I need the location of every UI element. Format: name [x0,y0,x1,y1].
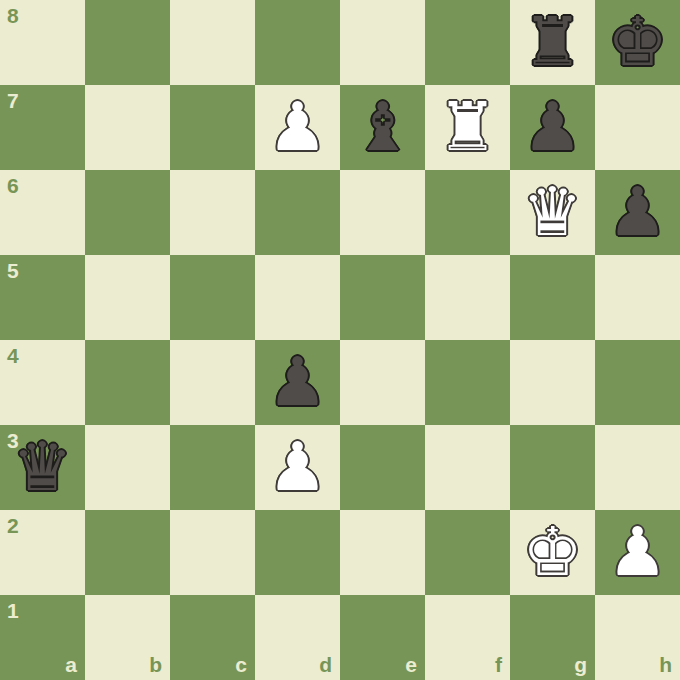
square-h5[interactable] [595,255,680,340]
black-pawn[interactable]: ♟ [510,85,595,170]
square-b2[interactable] [85,510,170,595]
square-d1[interactable]: d [255,595,340,680]
square-e6[interactable] [340,170,425,255]
square-h7[interactable] [595,85,680,170]
file-label-a: a [65,654,77,675]
square-b5[interactable] [85,255,170,340]
square-a6[interactable]: 6 [0,170,85,255]
square-a5[interactable]: 5 [0,255,85,340]
square-c2[interactable] [170,510,255,595]
square-f8[interactable] [425,0,510,85]
square-d8[interactable] [255,0,340,85]
black-pawn[interactable]: ♟ [255,340,340,425]
square-a4[interactable]: 4 [0,340,85,425]
white-queen[interactable]: ♛ [510,170,595,255]
black-pawn[interactable]: ♟ [595,170,680,255]
square-f5[interactable] [425,255,510,340]
square-f6[interactable] [425,170,510,255]
square-g4[interactable] [510,340,595,425]
rank-label-8: 8 [7,5,19,26]
rank-label-6: 6 [7,175,19,196]
square-g5[interactable] [510,255,595,340]
square-b7[interactable] [85,85,170,170]
square-f3[interactable] [425,425,510,510]
square-c3[interactable] [170,425,255,510]
square-b8[interactable] [85,0,170,85]
square-b3[interactable] [85,425,170,510]
square-a7[interactable]: 7 [0,85,85,170]
rank-label-1: 1 [7,600,19,621]
square-h4[interactable] [595,340,680,425]
square-e4[interactable] [340,340,425,425]
rank-label-7: 7 [7,90,19,111]
chess-board: 87654321abcdefgh♜♚♟♝♜♟♛♟♟♛♟♚♟ [0,0,680,680]
square-f2[interactable] [425,510,510,595]
square-c4[interactable] [170,340,255,425]
square-b4[interactable] [85,340,170,425]
rank-label-2: 2 [7,515,19,536]
file-label-h: h [659,654,672,675]
square-d6[interactable] [255,170,340,255]
square-c8[interactable] [170,0,255,85]
file-label-e: e [405,654,417,675]
rank-label-5: 5 [7,260,19,281]
square-e1[interactable]: e [340,595,425,680]
square-c1[interactable]: c [170,595,255,680]
square-h3[interactable] [595,425,680,510]
file-label-f: f [495,654,502,675]
square-c7[interactable] [170,85,255,170]
square-e2[interactable] [340,510,425,595]
file-label-c: c [235,654,247,675]
black-king[interactable]: ♚ [595,0,680,85]
square-a2[interactable]: 2 [0,510,85,595]
white-pawn[interactable]: ♟ [255,425,340,510]
white-pawn[interactable]: ♟ [255,85,340,170]
square-d2[interactable] [255,510,340,595]
square-b1[interactable]: b [85,595,170,680]
square-g1[interactable]: g [510,595,595,680]
square-e3[interactable] [340,425,425,510]
black-bishop[interactable]: ♝ [340,85,425,170]
file-label-b: b [149,654,162,675]
rank-label-4: 4 [7,345,19,366]
white-rook[interactable]: ♜ [425,85,510,170]
square-a1[interactable]: 1a [0,595,85,680]
square-e8[interactable] [340,0,425,85]
file-label-d: d [319,654,332,675]
square-a8[interactable]: 8 [0,0,85,85]
file-label-g: g [574,654,587,675]
square-b6[interactable] [85,170,170,255]
white-king[interactable]: ♚ [510,510,595,595]
square-f4[interactable] [425,340,510,425]
square-e5[interactable] [340,255,425,340]
square-g3[interactable] [510,425,595,510]
square-f1[interactable]: f [425,595,510,680]
square-d5[interactable] [255,255,340,340]
white-pawn[interactable]: ♟ [595,510,680,595]
square-c5[interactable] [170,255,255,340]
square-c6[interactable] [170,170,255,255]
black-queen[interactable]: ♛ [0,425,85,510]
square-h1[interactable]: h [595,595,680,680]
black-rook[interactable]: ♜ [510,0,595,85]
